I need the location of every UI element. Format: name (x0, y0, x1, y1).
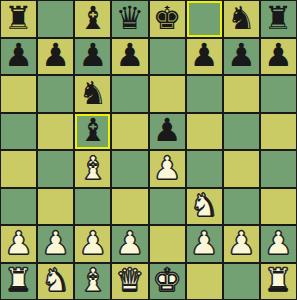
square-g1[interactable] (223, 263, 260, 300)
square-h4[interactable] (260, 150, 297, 188)
white-bishop-piece[interactable]: ♝ (78, 152, 107, 184)
square-g4[interactable] (223, 150, 260, 188)
black-pawn-piece[interactable]: ♟ (116, 39, 145, 71)
square-g7[interactable]: ♟ (223, 38, 260, 76)
square-e1[interactable]: ♚ (149, 263, 186, 300)
square-g8[interactable]: ♞ (223, 0, 260, 38)
black-pawn-piece[interactable]: ♟ (227, 39, 256, 71)
square-f4[interactable] (186, 150, 223, 188)
square-f1[interactable] (186, 263, 223, 300)
square-d1[interactable]: ♛ (111, 263, 148, 300)
square-h6[interactable] (260, 75, 297, 113)
square-e5[interactable]: ♟ (149, 113, 186, 151)
chess-board: ♜♝♛♚♞♜♟♟♟♟♟♟♟♞♝♟♝♟♞♟♟♟♟♟♟♟♜♞♝♛♚♜ (0, 0, 297, 300)
square-c4[interactable]: ♝ (74, 150, 111, 188)
black-pawn-piece[interactable]: ♟ (264, 39, 293, 71)
square-b7[interactable]: ♟ (37, 38, 74, 76)
white-rook-piece[interactable]: ♜ (264, 264, 293, 296)
black-knight-piece[interactable]: ♞ (78, 77, 107, 109)
white-pawn-piece[interactable]: ♟ (116, 227, 145, 259)
square-g5[interactable] (223, 113, 260, 151)
square-h8[interactable]: ♜ (260, 0, 297, 38)
white-pawn-piece[interactable]: ♟ (78, 227, 107, 259)
square-a5[interactable] (0, 113, 37, 151)
white-bishop-piece[interactable]: ♝ (78, 264, 107, 296)
square-g2[interactable]: ♟ (223, 225, 260, 263)
square-d8[interactable]: ♛ (111, 0, 148, 38)
square-f2[interactable]: ♟ (186, 225, 223, 263)
white-pawn-piece[interactable]: ♟ (190, 227, 219, 259)
square-a1[interactable]: ♜ (0, 263, 37, 300)
black-bishop-piece[interactable]: ♝ (78, 2, 107, 34)
square-g6[interactable] (223, 75, 260, 113)
square-f7[interactable]: ♟ (186, 38, 223, 76)
square-g3[interactable] (223, 188, 260, 226)
square-d6[interactable] (111, 75, 148, 113)
square-c7[interactable]: ♟ (74, 38, 111, 76)
square-b5[interactable] (37, 113, 74, 151)
square-d3[interactable] (111, 188, 148, 226)
square-h5[interactable] (260, 113, 297, 151)
square-f5[interactable] (186, 113, 223, 151)
black-rook-piece[interactable]: ♜ (4, 2, 33, 34)
square-a8[interactable]: ♜ (0, 0, 37, 38)
black-pawn-piece[interactable]: ♟ (41, 39, 70, 71)
square-h2[interactable]: ♟ (260, 225, 297, 263)
white-rook-piece[interactable]: ♜ (4, 264, 33, 296)
square-e3[interactable] (149, 188, 186, 226)
white-pawn-piece[interactable]: ♟ (4, 227, 33, 259)
black-pawn-piece[interactable]: ♟ (78, 39, 107, 71)
square-h3[interactable] (260, 188, 297, 226)
square-b4[interactable] (37, 150, 74, 188)
square-a4[interactable] (0, 150, 37, 188)
square-c3[interactable] (74, 188, 111, 226)
square-f8[interactable] (186, 0, 223, 38)
square-h1[interactable]: ♜ (260, 263, 297, 300)
white-knight-piece[interactable]: ♞ (190, 189, 219, 221)
black-bishop-piece[interactable]: ♝ (78, 114, 107, 146)
square-c5[interactable]: ♝ (74, 113, 111, 151)
black-rook-piece[interactable]: ♜ (264, 2, 293, 34)
black-pawn-piece[interactable]: ♟ (153, 114, 182, 146)
white-king-piece[interactable]: ♚ (153, 264, 182, 296)
square-a3[interactable] (0, 188, 37, 226)
square-a7[interactable]: ♟ (0, 38, 37, 76)
square-d5[interactable] (111, 113, 148, 151)
white-pawn-piece[interactable]: ♟ (264, 227, 293, 259)
white-pawn-piece[interactable]: ♟ (227, 227, 256, 259)
square-f6[interactable] (186, 75, 223, 113)
black-king-piece[interactable]: ♚ (153, 2, 182, 34)
square-b6[interactable] (37, 75, 74, 113)
square-d4[interactable] (111, 150, 148, 188)
black-pawn-piece[interactable]: ♟ (190, 39, 219, 71)
square-e4[interactable]: ♟ (149, 150, 186, 188)
black-knight-piece[interactable]: ♞ (227, 2, 256, 34)
square-b8[interactable] (37, 0, 74, 38)
square-c1[interactable]: ♝ (74, 263, 111, 300)
white-knight-piece[interactable]: ♞ (41, 264, 70, 296)
square-b2[interactable]: ♟ (37, 225, 74, 263)
square-e2[interactable] (149, 225, 186, 263)
square-a6[interactable] (0, 75, 37, 113)
square-d7[interactable]: ♟ (111, 38, 148, 76)
black-pawn-piece[interactable]: ♟ (4, 39, 33, 71)
square-e8[interactable]: ♚ (149, 0, 186, 38)
square-c8[interactable]: ♝ (74, 0, 111, 38)
white-pawn-piece[interactable]: ♟ (41, 227, 70, 259)
square-c6[interactable]: ♞ (74, 75, 111, 113)
square-a2[interactable]: ♟ (0, 225, 37, 263)
square-b1[interactable]: ♞ (37, 263, 74, 300)
square-d2[interactable]: ♟ (111, 225, 148, 263)
square-h7[interactable]: ♟ (260, 38, 297, 76)
square-f3[interactable]: ♞ (186, 188, 223, 226)
white-pawn-piece[interactable]: ♟ (153, 152, 182, 184)
square-b3[interactable] (37, 188, 74, 226)
chess-app: ♜♝♛♚♞♜♟♟♟♟♟♟♟♞♝♟♝♟♞♟♟♟♟♟♟♟♜♞♝♛♚♜ (0, 0, 297, 300)
square-e7[interactable] (149, 38, 186, 76)
white-queen-piece[interactable]: ♛ (116, 264, 145, 296)
square-e6[interactable] (149, 75, 186, 113)
square-c2[interactable]: ♟ (74, 225, 111, 263)
black-queen-piece[interactable]: ♛ (116, 2, 145, 34)
